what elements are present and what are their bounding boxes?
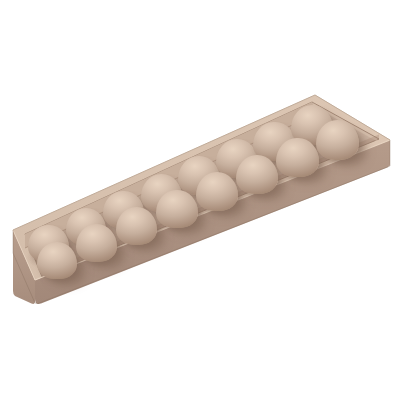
pit-r1-c7[interactable] xyxy=(311,115,364,164)
pit-mound xyxy=(316,120,359,159)
board-scene xyxy=(0,0,400,400)
